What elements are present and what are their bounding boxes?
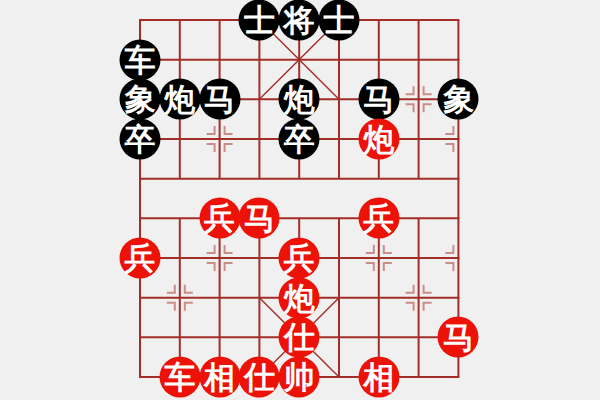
piece-red-elephant[interactable]: 相 — [358, 357, 399, 398]
piece-red-horse[interactable]: 马 — [239, 198, 280, 239]
piece-black-advisor[interactable]: 士 — [319, 0, 360, 41]
piece-red-horse[interactable]: 马 — [438, 317, 479, 358]
piece-red-cannon[interactable]: 炮 — [358, 119, 399, 160]
piece-red-soldier[interactable]: 兵 — [358, 198, 399, 239]
piece-black-horse[interactable]: 马 — [358, 79, 399, 120]
piece-red-chariot[interactable]: 车 — [159, 357, 200, 398]
piece-red-advisor[interactable]: 仕 — [279, 317, 320, 358]
piece-black-soldier[interactable]: 卒 — [120, 119, 161, 160]
xiangqi-board[interactable]: 士将士车象炮马炮马象卒卒炮兵马兵兵兵炮仕马车相仕帅相 — [0, 0, 600, 400]
piece-black-soldier[interactable]: 卒 — [279, 119, 320, 160]
piece-red-elephant[interactable]: 相 — [199, 357, 240, 398]
pieces-layer: 士将士车象炮马炮马象卒卒炮兵马兵兵兵炮仕马车相仕帅相 — [0, 0, 600, 400]
piece-red-soldier[interactable]: 兵 — [120, 238, 161, 279]
piece-black-elephant[interactable]: 象 — [120, 79, 161, 120]
piece-black-general[interactable]: 将 — [279, 0, 320, 41]
piece-red-soldier[interactable]: 兵 — [199, 198, 240, 239]
piece-black-elephant[interactable]: 象 — [438, 79, 479, 120]
piece-black-cannon[interactable]: 炮 — [159, 79, 200, 120]
piece-black-chariot[interactable]: 车 — [120, 39, 161, 80]
piece-black-cannon[interactable]: 炮 — [279, 79, 320, 120]
piece-red-soldier[interactable]: 兵 — [279, 238, 320, 279]
piece-red-cannon[interactable]: 炮 — [279, 277, 320, 318]
piece-red-advisor[interactable]: 仕 — [239, 357, 280, 398]
piece-red-general[interactable]: 帅 — [279, 357, 320, 398]
piece-black-horse[interactable]: 马 — [199, 79, 240, 120]
piece-black-advisor[interactable]: 士 — [239, 0, 280, 41]
